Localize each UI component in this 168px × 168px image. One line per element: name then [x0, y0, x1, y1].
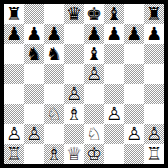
square-g2[interactable]: ♙: [124, 124, 144, 144]
white-pawn: ♙: [86, 64, 102, 84]
board-frame: ♜♛♚♝♜♟♟♟♟♟♟♟♞♞♝♙♙♘♗♙♙♙♘♙♙♖♗♕♔♖: [0, 0, 168, 168]
white-rook: ♖: [6, 144, 22, 164]
square-a2[interactable]: ♙: [4, 124, 24, 144]
white-pawn: ♙: [26, 124, 42, 144]
white-queen: ♕: [66, 144, 82, 164]
square-f1[interactable]: [104, 144, 124, 164]
black-pawn: ♟: [6, 24, 22, 44]
square-e4[interactable]: [84, 84, 104, 104]
square-b5[interactable]: [24, 64, 44, 84]
square-e8[interactable]: ♚: [84, 4, 104, 24]
black-pawn: ♟: [146, 24, 162, 44]
square-e2[interactable]: ♘: [84, 124, 104, 144]
square-e6[interactable]: ♝: [84, 44, 104, 64]
square-g5[interactable]: [124, 64, 144, 84]
square-a7[interactable]: ♟: [4, 24, 24, 44]
square-b4[interactable]: [24, 84, 44, 104]
square-c7[interactable]: ♟: [44, 24, 64, 44]
square-d8[interactable]: ♛: [64, 4, 84, 24]
square-g6[interactable]: [124, 44, 144, 64]
square-c8[interactable]: [44, 4, 64, 24]
square-a8[interactable]: ♜: [4, 4, 24, 24]
square-c3[interactable]: ♘: [44, 104, 64, 124]
square-d3[interactable]: ♗: [64, 104, 84, 124]
black-knight: ♞: [26, 44, 42, 64]
square-b2[interactable]: ♙: [24, 124, 44, 144]
square-b7[interactable]: ♟: [24, 24, 44, 44]
square-f5[interactable]: [104, 64, 124, 84]
square-h6[interactable]: [144, 44, 164, 64]
white-king: ♔: [86, 144, 102, 164]
black-rook: ♜: [6, 4, 22, 24]
square-h7[interactable]: ♟: [144, 24, 164, 44]
white-pawn: ♙: [126, 124, 142, 144]
square-f6[interactable]: [104, 44, 124, 64]
white-pawn: ♙: [106, 104, 122, 124]
square-f8[interactable]: ♝: [104, 4, 124, 24]
square-c6[interactable]: ♞: [44, 44, 64, 64]
square-e5[interactable]: ♙: [84, 64, 104, 84]
chess-board: ♜♛♚♝♜♟♟♟♟♟♟♟♞♞♝♙♙♘♗♙♙♙♘♙♙♖♗♕♔♖: [4, 4, 164, 164]
square-d7[interactable]: [64, 24, 84, 44]
square-b8[interactable]: [24, 4, 44, 24]
black-pawn: ♟: [126, 24, 142, 44]
white-pawn: ♙: [146, 124, 162, 144]
square-h4[interactable]: [144, 84, 164, 104]
black-pawn: ♟: [86, 24, 102, 44]
white-pawn: ♙: [6, 124, 22, 144]
black-pawn: ♟: [46, 24, 62, 44]
square-f3[interactable]: ♙: [104, 104, 124, 124]
square-d4[interactable]: ♙: [64, 84, 84, 104]
black-rook: ♜: [146, 4, 162, 24]
square-h8[interactable]: ♜: [144, 4, 164, 24]
black-bishop: ♝: [106, 4, 122, 24]
square-a5[interactable]: [4, 64, 24, 84]
square-e3[interactable]: [84, 104, 104, 124]
square-a4[interactable]: [4, 84, 24, 104]
white-rook: ♖: [146, 144, 162, 164]
black-pawn: ♟: [26, 24, 42, 44]
black-king: ♚: [86, 4, 102, 24]
square-f7[interactable]: ♟: [104, 24, 124, 44]
white-knight: ♘: [46, 104, 62, 124]
square-a6[interactable]: [4, 44, 24, 64]
square-f4[interactable]: [104, 84, 124, 104]
square-e7[interactable]: ♟: [84, 24, 104, 44]
square-h1[interactable]: ♖: [144, 144, 164, 164]
square-c2[interactable]: [44, 124, 64, 144]
square-d5[interactable]: [64, 64, 84, 84]
square-b6[interactable]: ♞: [24, 44, 44, 64]
white-knight: ♘: [86, 124, 102, 144]
square-b3[interactable]: [24, 104, 44, 124]
black-pawn: ♟: [106, 24, 122, 44]
white-bishop: ♗: [46, 144, 62, 164]
square-c1[interactable]: ♗: [44, 144, 64, 164]
square-g1[interactable]: [124, 144, 144, 164]
square-g4[interactable]: [124, 84, 144, 104]
square-g8[interactable]: [124, 4, 144, 24]
square-d6[interactable]: [64, 44, 84, 64]
square-d1[interactable]: ♕: [64, 144, 84, 164]
square-a3[interactable]: [4, 104, 24, 124]
square-g3[interactable]: [124, 104, 144, 124]
square-h5[interactable]: [144, 64, 164, 84]
white-bishop: ♗: [66, 104, 82, 124]
black-bishop: ♝: [86, 44, 102, 64]
black-queen: ♛: [66, 4, 82, 24]
square-h2[interactable]: ♙: [144, 124, 164, 144]
square-h3[interactable]: [144, 104, 164, 124]
square-f2[interactable]: [104, 124, 124, 144]
square-g7[interactable]: ♟: [124, 24, 144, 44]
square-b1[interactable]: [24, 144, 44, 164]
square-e1[interactable]: ♔: [84, 144, 104, 164]
square-d2[interactable]: [64, 124, 84, 144]
square-a1[interactable]: ♖: [4, 144, 24, 164]
square-c4[interactable]: [44, 84, 64, 104]
square-c5[interactable]: [44, 64, 64, 84]
white-pawn: ♙: [66, 84, 82, 104]
black-knight: ♞: [46, 44, 62, 64]
